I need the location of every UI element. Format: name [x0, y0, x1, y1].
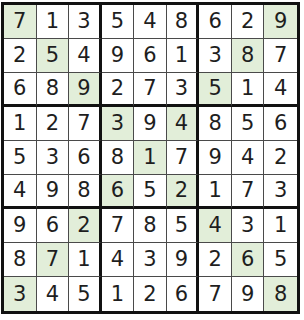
sudoku-cell[interactable]: 5 [134, 175, 167, 209]
sudoku-cell[interactable]: 4 [232, 141, 265, 175]
sudoku-cell[interactable]: 2 [69, 209, 102, 243]
sudoku-cell[interactable]: 6 [232, 243, 265, 277]
sudoku-cell[interactable]: 4 [264, 73, 297, 107]
sudoku-cell[interactable]: 3 [69, 5, 102, 39]
sudoku-cell[interactable]: 7 [167, 141, 200, 175]
sudoku-cell[interactable]: 2 [199, 243, 232, 277]
sudoku-cell[interactable]: 9 [69, 73, 102, 107]
sudoku-cell[interactable]: 1 [232, 73, 265, 107]
sudoku-cell[interactable]: 2 [134, 277, 167, 311]
sudoku-cell[interactable]: 3 [232, 209, 265, 243]
sudoku-cell[interactable]: 7 [69, 107, 102, 141]
sudoku-cell[interactable]: 8 [37, 73, 70, 107]
sudoku-cell[interactable]: 8 [232, 39, 265, 73]
sudoku-cell[interactable]: 7 [199, 277, 232, 311]
sudoku-cell[interactable]: 3 [4, 277, 37, 311]
sudoku-cell[interactable]: 1 [37, 5, 70, 39]
sudoku-cell[interactable]: 9 [102, 39, 135, 73]
sudoku-cell[interactable]: 3 [264, 175, 297, 209]
sudoku-cell[interactable]: 2 [232, 5, 265, 39]
sudoku-cell[interactable]: 4 [4, 175, 37, 209]
sudoku-cell[interactable]: 5 [167, 209, 200, 243]
sudoku-cell[interactable]: 2 [102, 73, 135, 107]
sudoku-cell[interactable]: 9 [37, 175, 70, 209]
sudoku-cell[interactable]: 1 [4, 107, 37, 141]
sudoku-cell[interactable]: 6 [37, 209, 70, 243]
sudoku-cell[interactable]: 2 [264, 141, 297, 175]
sudoku-cell[interactable]: 1 [102, 277, 135, 311]
sudoku-cell[interactable]: 3 [134, 243, 167, 277]
sudoku-cell[interactable]: 8 [69, 175, 102, 209]
sudoku-cell[interactable]: 8 [4, 243, 37, 277]
sudoku-cell[interactable]: 9 [167, 243, 200, 277]
sudoku-cell[interactable]: 4 [167, 107, 200, 141]
sudoku-cell[interactable]: 6 [134, 39, 167, 73]
sudoku-cell[interactable]: 2 [37, 107, 70, 141]
sudoku-cell[interactable]: 2 [4, 39, 37, 73]
sudoku-cell[interactable]: 1 [167, 39, 200, 73]
sudoku-cell[interactable]: 8 [134, 209, 167, 243]
sudoku-cell[interactable]: 4 [199, 209, 232, 243]
sudoku-cell[interactable]: 7 [232, 175, 265, 209]
sudoku-cell[interactable]: 5 [232, 107, 265, 141]
sudoku-cell[interactable]: 1 [199, 175, 232, 209]
sudoku-cell[interactable]: 1 [69, 243, 102, 277]
sudoku-cell[interactable]: 3 [167, 73, 200, 107]
sudoku-cell[interactable]: 1 [264, 209, 297, 243]
sudoku-cell[interactable]: 3 [37, 141, 70, 175]
sudoku-cell[interactable]: 3 [199, 39, 232, 73]
sudoku-cell[interactable]: 6 [69, 141, 102, 175]
sudoku-cell[interactable]: 9 [4, 209, 37, 243]
sudoku-cell[interactable]: 7 [4, 5, 37, 39]
sudoku-cell[interactable]: 9 [199, 141, 232, 175]
sudoku-cell[interactable]: 1 [134, 141, 167, 175]
sudoku-cell[interactable]: 5 [4, 141, 37, 175]
sudoku-cell[interactable]: 8 [264, 277, 297, 311]
sudoku-cell[interactable]: 5 [102, 5, 135, 39]
sudoku-cell[interactable]: 8 [199, 107, 232, 141]
sudoku-cell[interactable]: 9 [264, 5, 297, 39]
sudoku-cell[interactable]: 6 [264, 107, 297, 141]
sudoku-cell[interactable]: 7 [37, 243, 70, 277]
sudoku-cell[interactable]: 4 [134, 5, 167, 39]
sudoku-cell[interactable]: 2 [167, 175, 200, 209]
sudoku-cell[interactable]: 8 [102, 141, 135, 175]
sudoku-cell[interactable]: 6 [4, 73, 37, 107]
sudoku-cell[interactable]: 4 [69, 39, 102, 73]
sudoku-cell[interactable]: 5 [37, 39, 70, 73]
sudoku-cell[interactable]: 9 [134, 107, 167, 141]
sudoku-cell[interactable]: 9 [232, 277, 265, 311]
sudoku-cell[interactable]: 5 [264, 243, 297, 277]
sudoku-cell[interactable]: 8 [167, 5, 200, 39]
sudoku-cell[interactable]: 5 [69, 277, 102, 311]
sudoku-board: 7135486292549613876892735141273948565368… [1, 2, 300, 314]
sudoku-cell[interactable]: 7 [102, 209, 135, 243]
sudoku-cell[interactable]: 5 [199, 73, 232, 107]
sudoku-cell[interactable]: 6 [167, 277, 200, 311]
sudoku-cell[interactable]: 7 [264, 39, 297, 73]
sudoku-cell[interactable]: 3 [102, 107, 135, 141]
sudoku-cell[interactable]: 4 [102, 243, 135, 277]
sudoku-cell[interactable]: 6 [102, 175, 135, 209]
sudoku-cell[interactable]: 7 [134, 73, 167, 107]
sudoku-cell[interactable]: 4 [37, 277, 70, 311]
sudoku-cell[interactable]: 6 [199, 5, 232, 39]
